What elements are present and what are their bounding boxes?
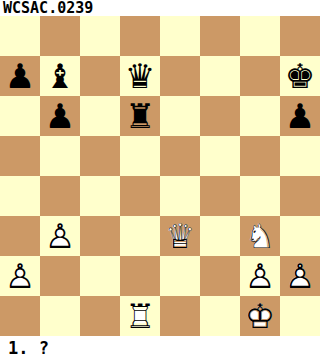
square-e1[interactable] (160, 296, 200, 336)
square-f1[interactable] (200, 296, 240, 336)
square-c4[interactable] (80, 176, 120, 216)
white-pawn-piece: ♙ (240, 256, 280, 296)
white-pawn-piece-fill: ♟ (40, 216, 80, 256)
square-g5[interactable] (240, 136, 280, 176)
white-rook-piece: ♖ (120, 296, 160, 336)
square-a7[interactable]: ♟ (0, 56, 40, 96)
square-b8[interactable] (40, 16, 80, 56)
black-pawn-piece: ♟ (40, 96, 80, 136)
square-d3[interactable] (120, 216, 160, 256)
black-queen-piece: ♛ (120, 56, 160, 96)
square-e6[interactable] (160, 96, 200, 136)
square-d6[interactable]: ♜ (120, 96, 160, 136)
white-pawn-piece: ♙ (40, 216, 80, 256)
square-c8[interactable] (80, 16, 120, 56)
white-pawn-piece: ♙ (280, 256, 320, 296)
square-f2[interactable] (200, 256, 240, 296)
square-f7[interactable] (200, 56, 240, 96)
puzzle-id: WCSAC.0239 (0, 0, 320, 16)
square-c1[interactable] (80, 296, 120, 336)
square-d1[interactable]: ♜♖ (120, 296, 160, 336)
square-a4[interactable] (0, 176, 40, 216)
square-b5[interactable] (40, 136, 80, 176)
square-a3[interactable] (0, 216, 40, 256)
square-c5[interactable] (80, 136, 120, 176)
square-d2[interactable] (120, 256, 160, 296)
square-f8[interactable] (200, 16, 240, 56)
black-pawn-piece: ♟ (280, 96, 320, 136)
white-pawn-piece: ♙ (0, 256, 40, 296)
white-pawn-piece-fill: ♟ (0, 256, 40, 296)
square-e7[interactable] (160, 56, 200, 96)
square-b7[interactable]: ♝ (40, 56, 80, 96)
white-knight-piece-fill: ♞ (240, 216, 280, 256)
square-h6[interactable]: ♟ (280, 96, 320, 136)
square-g7[interactable] (240, 56, 280, 96)
square-e3[interactable]: ♛♕ (160, 216, 200, 256)
square-d4[interactable] (120, 176, 160, 216)
black-king-piece: ♚ (280, 56, 320, 96)
white-pawn-piece-fill: ♟ (280, 256, 320, 296)
square-a6[interactable] (0, 96, 40, 136)
square-a5[interactable] (0, 136, 40, 176)
square-f4[interactable] (200, 176, 240, 216)
square-g1[interactable]: ♚♔ (240, 296, 280, 336)
chess-board: ♟♝♛♚♟♜♟♟♙♛♕♞♘♟♙♟♙♟♙♜♖♚♔ (0, 16, 320, 336)
square-e4[interactable] (160, 176, 200, 216)
square-g2[interactable]: ♟♙ (240, 256, 280, 296)
white-king-piece: ♔ (240, 296, 280, 336)
square-h3[interactable] (280, 216, 320, 256)
white-queen-piece: ♕ (160, 216, 200, 256)
white-rook-piece-fill: ♜ (120, 296, 160, 336)
white-queen-piece-fill: ♛ (160, 216, 200, 256)
white-pawn-piece-fill: ♟ (240, 256, 280, 296)
square-e8[interactable] (160, 16, 200, 56)
square-g3[interactable]: ♞♘ (240, 216, 280, 256)
square-c3[interactable] (80, 216, 120, 256)
square-b2[interactable] (40, 256, 80, 296)
square-f3[interactable] (200, 216, 240, 256)
square-e2[interactable] (160, 256, 200, 296)
chess-puzzle-app: WCSAC.0239 ♟♝♛♚♟♜♟♟♙♛♕♞♘♟♙♟♙♟♙♜♖♚♔ 1. ? (0, 0, 320, 360)
square-e5[interactable] (160, 136, 200, 176)
square-d8[interactable] (120, 16, 160, 56)
black-rook-piece: ♜ (120, 96, 160, 136)
square-h7[interactable]: ♚ (280, 56, 320, 96)
square-c2[interactable] (80, 256, 120, 296)
square-h4[interactable] (280, 176, 320, 216)
square-f5[interactable] (200, 136, 240, 176)
square-h8[interactable] (280, 16, 320, 56)
black-pawn-piece: ♟ (0, 56, 40, 96)
square-c7[interactable] (80, 56, 120, 96)
square-b6[interactable]: ♟ (40, 96, 80, 136)
square-c6[interactable] (80, 96, 120, 136)
square-g6[interactable] (240, 96, 280, 136)
square-a2[interactable]: ♟♙ (0, 256, 40, 296)
black-bishop-piece: ♝ (40, 56, 80, 96)
square-g8[interactable] (240, 16, 280, 56)
square-b1[interactable] (40, 296, 80, 336)
square-a1[interactable] (0, 296, 40, 336)
square-f6[interactable] (200, 96, 240, 136)
move-prompt: 1. ? (0, 336, 320, 360)
square-b4[interactable] (40, 176, 80, 216)
square-h2[interactable]: ♟♙ (280, 256, 320, 296)
white-king-piece-fill: ♚ (240, 296, 280, 336)
square-d7[interactable]: ♛ (120, 56, 160, 96)
white-knight-piece: ♘ (240, 216, 280, 256)
square-b3[interactable]: ♟♙ (40, 216, 80, 256)
square-d5[interactable] (120, 136, 160, 176)
square-h1[interactable] (280, 296, 320, 336)
square-a8[interactable] (0, 16, 40, 56)
square-h5[interactable] (280, 136, 320, 176)
square-g4[interactable] (240, 176, 280, 216)
